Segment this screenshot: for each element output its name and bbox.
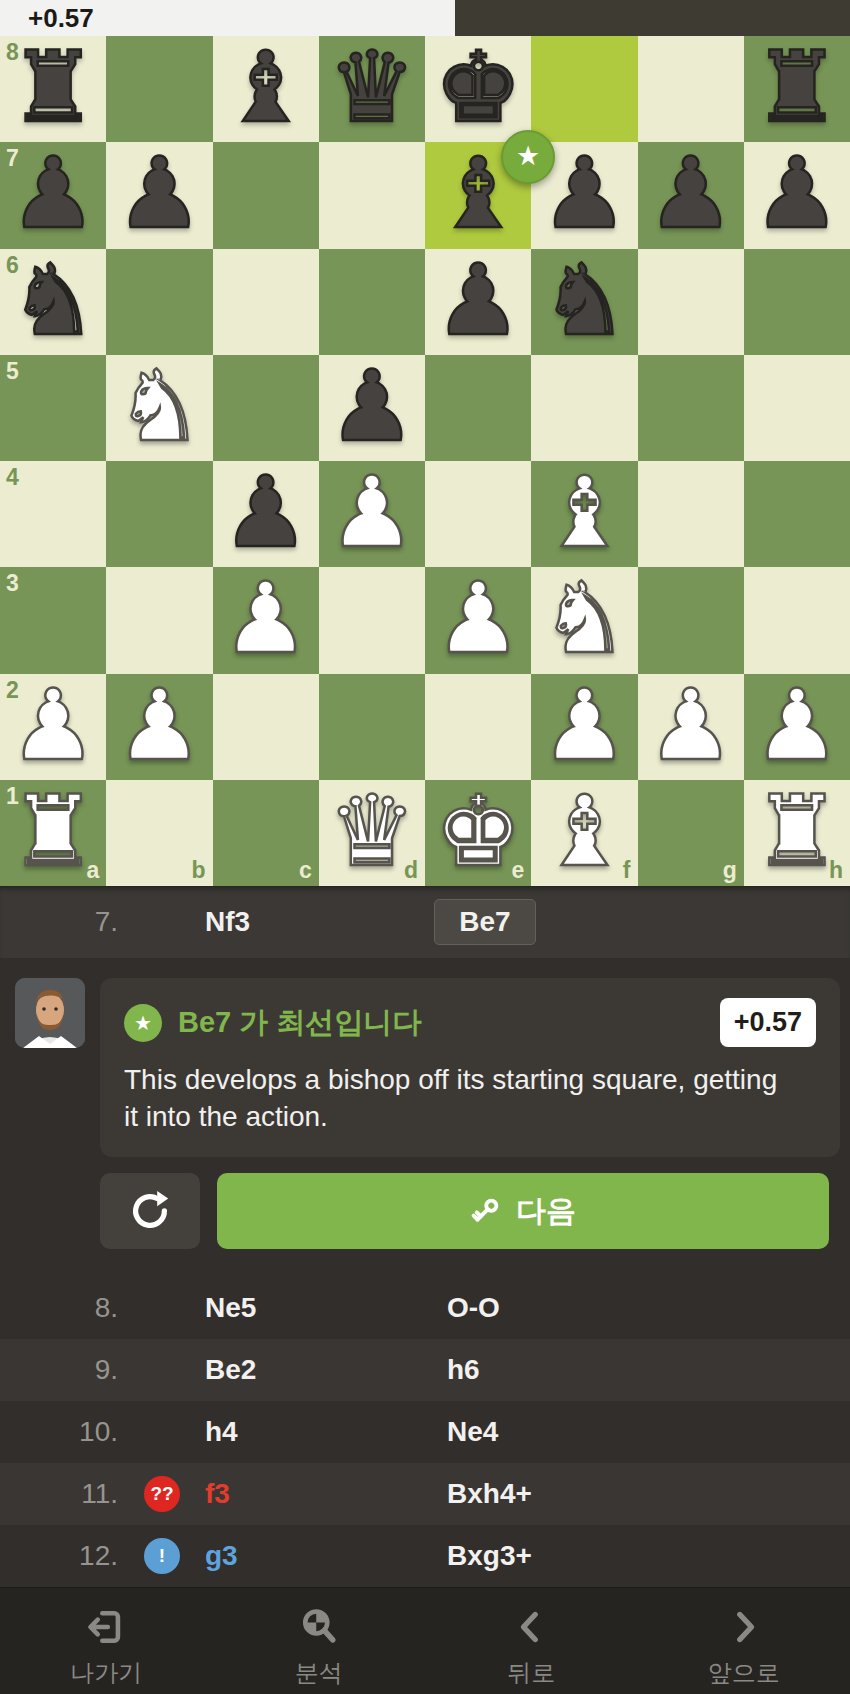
square-c7[interactable]: [213, 142, 319, 248]
white-rook-a1[interactable]: ♜: [9, 782, 97, 880]
square-a6[interactable]: 6♞: [0, 249, 106, 355]
black-bishop-c8[interactable]: ♝: [222, 38, 310, 136]
evaluation-badge: +0.57: [720, 998, 816, 1047]
coach-title: Be7 가 최선입니다: [178, 1003, 421, 1043]
black-pawn-c4[interactable]: ♟: [222, 463, 310, 561]
square-a2[interactable]: 2♟: [0, 674, 106, 780]
game-review-screen: +0.57 ★ 8♜♝♛♚♜7♟♟♝♟♟♟6♞♟♞5♞♟4♟♟♝3♟♟♞2♟♟♟…: [0, 0, 850, 1694]
best-move-star-icon-small: ★: [124, 1004, 162, 1042]
square-g5[interactable]: [638, 355, 744, 461]
file-label-g: g: [723, 857, 737, 884]
square-f1[interactable]: f♝: [531, 780, 637, 886]
square-g7[interactable]: ♟: [638, 142, 744, 248]
square-a7[interactable]: 7♟: [0, 142, 106, 248]
black-pawn-a7[interactable]: ♟: [9, 144, 97, 242]
square-b8[interactable]: [106, 36, 212, 142]
black-king-e8[interactable]: ♚: [434, 38, 522, 136]
move-number: 8.: [0, 1292, 118, 1324]
blunder-badge: ??: [144, 1476, 180, 1512]
white-move[interactable]: Be2: [205, 1354, 256, 1386]
black-rook-a8[interactable]: ♜: [9, 38, 97, 136]
white-pawn-g2[interactable]: ♟: [647, 676, 735, 774]
square-g2[interactable]: ♟: [638, 674, 744, 780]
square-f6[interactable]: ♞: [531, 249, 637, 355]
evaluation-bar: +0.57: [0, 0, 850, 36]
square-g4[interactable]: [638, 461, 744, 567]
white-move[interactable]: h4: [205, 1416, 238, 1448]
square-c2[interactable]: [213, 674, 319, 780]
current-move-row[interactable]: 7. Nf3 Be7: [0, 886, 850, 958]
square-e4[interactable]: [425, 461, 531, 567]
black-move[interactable]: Bxg3+: [447, 1540, 532, 1572]
move-number: 10.: [0, 1416, 118, 1448]
black-move[interactable]: h6: [447, 1354, 480, 1386]
move-row-12[interactable]: 12. ! g3 Bxg3+: [0, 1525, 850, 1587]
square-f4[interactable]: ♝: [531, 461, 637, 567]
retry-button[interactable]: [100, 1173, 200, 1249]
white-knight-f3[interactable]: ♞: [540, 569, 628, 667]
analysis-icon: [297, 1605, 341, 1649]
black-pawn-g7[interactable]: ♟: [647, 144, 735, 242]
rank-label-4: 4: [6, 464, 19, 491]
square-b7[interactable]: ♟: [106, 142, 212, 248]
coach-avatar-image: [15, 978, 85, 1048]
square-c4[interactable]: ♟: [213, 461, 319, 567]
white-pawn-e3[interactable]: ♟: [434, 569, 522, 667]
next-button-label: 다음: [516, 1191, 576, 1232]
move-row-11[interactable]: 11. ?? f3 Bxh4+: [0, 1463, 850, 1525]
square-d8[interactable]: ♛: [319, 36, 425, 142]
black-pawn-h7[interactable]: ♟: [753, 144, 841, 242]
square-a1[interactable]: 1a♜: [0, 780, 106, 886]
white-move[interactable]: Ne5: [205, 1292, 256, 1324]
black-pawn-b7[interactable]: ♟: [115, 144, 203, 242]
square-c6[interactable]: [213, 249, 319, 355]
white-pawn-a2[interactable]: ♟: [9, 676, 97, 774]
square-f3[interactable]: ♞: [531, 567, 637, 673]
white-pawn-d4[interactable]: ♟: [328, 463, 416, 561]
white-pawn-f2[interactable]: ♟: [540, 676, 628, 774]
square-d6[interactable]: [319, 249, 425, 355]
square-e8[interactable]: ♚: [425, 36, 531, 142]
move-list: 8. Ne5 O-O 9. Be2 h6 10. h4 Ne4 11. ?? f…: [0, 1277, 850, 1587]
analysis-button[interactable]: 분석: [213, 1604, 426, 1690]
square-b6[interactable]: [106, 249, 212, 355]
square-f8[interactable]: [531, 36, 637, 142]
exit-icon: [84, 1605, 128, 1649]
black-knight-f6[interactable]: ♞: [540, 251, 628, 349]
white-bishop-f1[interactable]: ♝: [540, 782, 628, 880]
rank-label-3: 3: [6, 570, 19, 597]
white-queen-d1[interactable]: ♛: [328, 782, 416, 880]
square-b1[interactable]: b: [106, 780, 212, 886]
square-d7[interactable]: [319, 142, 425, 248]
black-knight-a6[interactable]: ♞: [9, 251, 97, 349]
move-number: 9.: [0, 1354, 118, 1386]
square-a3[interactable]: 3: [0, 567, 106, 673]
square-e3[interactable]: ♟: [425, 567, 531, 673]
move-number: 7.: [0, 906, 118, 938]
white-rook-h1[interactable]: ♜: [753, 782, 841, 880]
square-h3[interactable]: [744, 567, 850, 673]
square-c8[interactable]: ♝: [213, 36, 319, 142]
square-a5[interactable]: 5: [0, 355, 106, 461]
square-h4[interactable]: [744, 461, 850, 567]
white-move[interactable]: Nf3: [205, 906, 250, 938]
square-e6[interactable]: ♟: [425, 249, 531, 355]
square-h5[interactable]: [744, 355, 850, 461]
move-row-9[interactable]: 9. Be2 h6: [0, 1339, 850, 1401]
best-move-star-icon: ★: [501, 130, 555, 184]
square-d4[interactable]: ♟: [319, 461, 425, 567]
forward-button[interactable]: 앞으로: [638, 1604, 850, 1690]
white-pawn-h2[interactable]: ♟: [753, 676, 841, 774]
square-a8[interactable]: 8♜: [0, 36, 106, 142]
square-d2[interactable]: [319, 674, 425, 780]
black-move[interactable]: O-O: [447, 1292, 500, 1324]
square-h8[interactable]: ♜: [744, 36, 850, 142]
coach-avatar: [15, 978, 85, 1048]
chevron-left-icon: [511, 1605, 551, 1649]
square-g3[interactable]: [638, 567, 744, 673]
exit-label: 나가기: [70, 1657, 142, 1689]
square-d5[interactable]: ♟: [319, 355, 425, 461]
evaluation-value: +0.57: [0, 3, 94, 34]
selected-move[interactable]: Be7: [434, 899, 536, 945]
coach-panel: ★ Be7 가 최선입니다 +0.57 This develops a bish…: [0, 978, 850, 1157]
square-d1[interactable]: d♛: [319, 780, 425, 886]
retry-icon: [127, 1188, 173, 1234]
square-b2[interactable]: ♟: [106, 674, 212, 780]
back-label: 뒤로: [507, 1657, 555, 1689]
coach-comment-card: ★ Be7 가 최선입니다 +0.57 This develops a bish…: [100, 978, 840, 1157]
square-a4[interactable]: 4: [0, 461, 106, 567]
next-button[interactable]: 다음: [217, 1173, 829, 1249]
white-move[interactable]: f3: [205, 1478, 230, 1510]
white-knight-b5[interactable]: ♞: [115, 357, 203, 455]
exit-button[interactable]: 나가기: [0, 1604, 213, 1690]
square-c3[interactable]: ♟: [213, 567, 319, 673]
square-h6[interactable]: [744, 249, 850, 355]
square-h2[interactable]: ♟: [744, 674, 850, 780]
square-f2[interactable]: ♟: [531, 674, 637, 780]
square-e5[interactable]: [425, 355, 531, 461]
coach-explanation: This develops a bishop off its starting …: [124, 1061, 816, 1135]
square-g1[interactable]: g: [638, 780, 744, 886]
square-b5[interactable]: ♞: [106, 355, 212, 461]
black-pawn-e6[interactable]: ♟: [434, 251, 522, 349]
white-pawn-c3[interactable]: ♟: [222, 569, 310, 667]
black-move[interactable]: Bxh4+: [447, 1478, 532, 1510]
square-e2[interactable]: [425, 674, 531, 780]
rank-label-5: 5: [6, 358, 19, 385]
black-pawn-d5[interactable]: ♟: [328, 357, 416, 455]
black-queen-d8[interactable]: ♛: [328, 38, 416, 136]
square-b3[interactable]: [106, 567, 212, 673]
move-number: 12.: [0, 1540, 118, 1572]
white-king-e1[interactable]: ♚: [434, 782, 522, 880]
back-button[interactable]: 뒤로: [425, 1604, 638, 1690]
move-row-10[interactable]: 10. h4 Ne4: [0, 1401, 850, 1463]
square-e1[interactable]: e♚: [425, 780, 531, 886]
move-number: 11.: [0, 1478, 118, 1510]
square-f5[interactable]: [531, 355, 637, 461]
file-label-b: b: [191, 857, 205, 884]
key-icon: [470, 1195, 502, 1227]
great-move-badge: !: [144, 1538, 180, 1574]
chess-board[interactable]: ★ 8♜♝♛♚♜7♟♟♝♟♟♟6♞♟♞5♞♟4♟♟♝3♟♟♞2♟♟♟♟♟1a♜b…: [0, 36, 850, 886]
file-label-c: c: [299, 857, 312, 884]
square-h1[interactable]: h♜: [744, 780, 850, 886]
white-pawn-b2[interactable]: ♟: [115, 676, 203, 774]
analysis-label: 분석: [295, 1657, 343, 1689]
square-h7[interactable]: ♟: [744, 142, 850, 248]
square-g8[interactable]: [638, 36, 744, 142]
chevron-right-icon: [724, 1605, 764, 1649]
square-d3[interactable]: [319, 567, 425, 673]
square-c1[interactable]: c: [213, 780, 319, 886]
bottom-nav: 나가기 분석 뒤로 앞으로: [0, 1587, 850, 1694]
square-c5[interactable]: [213, 355, 319, 461]
black-rook-h8[interactable]: ♜: [753, 38, 841, 136]
black-move[interactable]: Ne4: [447, 1416, 498, 1448]
square-g6[interactable]: [638, 249, 744, 355]
forward-label: 앞으로: [708, 1657, 780, 1689]
white-bishop-f4[interactable]: ♝: [540, 463, 628, 561]
action-bar: 다음: [0, 1173, 850, 1249]
move-row-8[interactable]: 8. Ne5 O-O: [0, 1277, 850, 1339]
square-b4[interactable]: [106, 461, 212, 567]
white-move[interactable]: g3: [205, 1540, 238, 1572]
